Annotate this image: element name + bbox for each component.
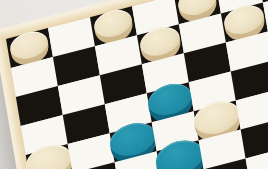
board-frame bbox=[6, 0, 268, 169]
square-r6c4[interactable] bbox=[157, 140, 204, 169]
checkers-board-photo bbox=[0, 0, 268, 169]
